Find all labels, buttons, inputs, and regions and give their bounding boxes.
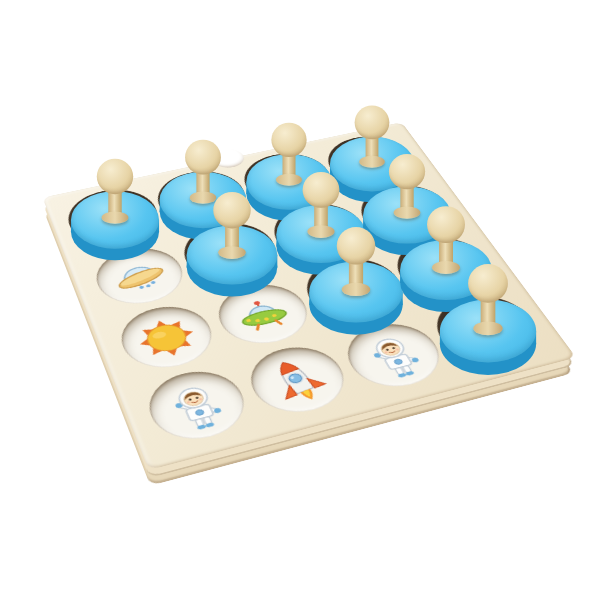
peg[interactable] (71, 132, 159, 262)
peg-knob-flange (218, 246, 246, 259)
scene (0, 0, 600, 600)
peg-overlay (0, 0, 600, 600)
peg[interactable] (439, 235, 535, 377)
peg-knob[interactable] (213, 192, 250, 228)
peg-knob[interactable] (337, 227, 376, 265)
peg-knob-flange (342, 283, 370, 296)
peg[interactable] (187, 164, 278, 298)
peg-knob[interactable] (468, 264, 508, 303)
peg-knob-flange (101, 211, 128, 223)
peg-knob[interactable] (97, 158, 133, 193)
peg[interactable] (309, 198, 402, 336)
